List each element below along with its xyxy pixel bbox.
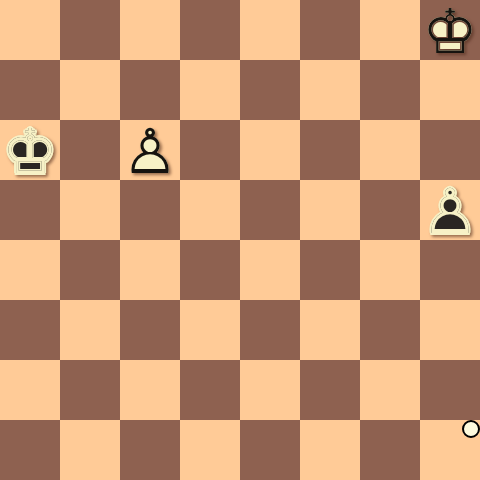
square-b3[interactable] — [60, 300, 120, 360]
square-f7[interactable] — [300, 60, 360, 120]
square-f1[interactable] — [300, 420, 360, 480]
square-g4[interactable] — [360, 240, 420, 300]
square-h7[interactable] — [420, 60, 480, 120]
square-a4[interactable] — [0, 240, 60, 300]
square-f2[interactable] — [300, 360, 360, 420]
square-f6[interactable] — [300, 120, 360, 180]
square-c7[interactable] — [120, 60, 180, 120]
square-c5[interactable] — [120, 180, 180, 240]
square-h6[interactable] — [420, 120, 480, 180]
square-d2[interactable] — [180, 360, 240, 420]
square-e6[interactable] — [240, 120, 300, 180]
square-d6[interactable] — [180, 120, 240, 180]
square-e1[interactable] — [240, 420, 300, 480]
square-d1[interactable] — [180, 420, 240, 480]
square-d3[interactable] — [180, 300, 240, 360]
square-g8[interactable] — [360, 0, 420, 60]
square-c3[interactable] — [120, 300, 180, 360]
square-b6[interactable] — [60, 120, 120, 180]
square-a1[interactable] — [0, 420, 60, 480]
square-b1[interactable] — [60, 420, 120, 480]
square-a6[interactable]: ♚♔ — [0, 120, 60, 180]
square-g3[interactable] — [360, 300, 420, 360]
square-c8[interactable] — [120, 0, 180, 60]
white-pawn[interactable]: ♟♙ — [120, 120, 180, 180]
square-c1[interactable] — [120, 420, 180, 480]
square-a3[interactable] — [0, 300, 60, 360]
square-f8[interactable] — [300, 0, 360, 60]
square-c6[interactable]: ♟♙ — [120, 120, 180, 180]
square-e4[interactable] — [240, 240, 300, 300]
square-d7[interactable] — [180, 60, 240, 120]
black-king[interactable]: ♚♔ — [0, 120, 60, 180]
square-a2[interactable] — [0, 360, 60, 420]
square-a8[interactable] — [0, 0, 60, 60]
square-e7[interactable] — [240, 60, 300, 120]
square-f5[interactable] — [300, 180, 360, 240]
square-a7[interactable] — [0, 60, 60, 120]
square-b8[interactable] — [60, 0, 120, 60]
black-king-outline-glyph: ♔ — [0, 122, 60, 182]
chess-board: ♚♔♚♔♟♙♟♙ — [0, 0, 480, 480]
square-d5[interactable] — [180, 180, 240, 240]
black-pawn-outline-glyph: ♙ — [420, 182, 480, 242]
square-g6[interactable] — [360, 120, 420, 180]
square-e2[interactable] — [240, 360, 300, 420]
white-king-outline-glyph: ♔ — [420, 2, 480, 62]
white-pawn-outline-glyph: ♙ — [120, 122, 180, 182]
square-g1[interactable] — [360, 420, 420, 480]
square-e8[interactable] — [240, 0, 300, 60]
black-pawn[interactable]: ♟♙ — [420, 180, 480, 240]
square-h4[interactable] — [420, 240, 480, 300]
square-b7[interactable] — [60, 60, 120, 120]
square-g2[interactable] — [360, 360, 420, 420]
square-e3[interactable] — [240, 300, 300, 360]
square-d4[interactable] — [180, 240, 240, 300]
chess-board-wrapper: ♚♔♚♔♟♙♟♙ — [0, 0, 480, 480]
square-b5[interactable] — [60, 180, 120, 240]
square-c2[interactable] — [120, 360, 180, 420]
square-b2[interactable] — [60, 360, 120, 420]
square-c4[interactable] — [120, 240, 180, 300]
square-h3[interactable] — [420, 300, 480, 360]
square-h2[interactable] — [420, 360, 480, 420]
side-to-move-indicator — [462, 420, 480, 438]
square-f4[interactable] — [300, 240, 360, 300]
square-g5[interactable] — [360, 180, 420, 240]
square-f3[interactable] — [300, 300, 360, 360]
square-g7[interactable] — [360, 60, 420, 120]
square-a5[interactable] — [0, 180, 60, 240]
square-b4[interactable] — [60, 240, 120, 300]
square-h5[interactable]: ♟♙ — [420, 180, 480, 240]
square-e5[interactable] — [240, 180, 300, 240]
square-h8[interactable]: ♚♔ — [420, 0, 480, 60]
square-d8[interactable] — [180, 0, 240, 60]
white-king[interactable]: ♚♔ — [420, 0, 480, 60]
